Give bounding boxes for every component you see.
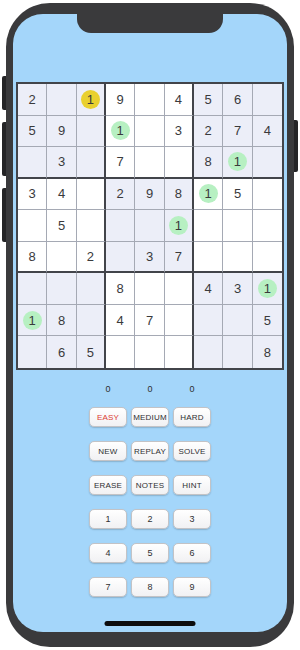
cell-r2c3[interactable] — [77, 116, 106, 148]
cell-value: 2 — [205, 123, 212, 138]
cell-r2c5[interactable] — [135, 116, 164, 148]
cell-r8c4[interactable]: 4 — [106, 305, 135, 337]
cell-r6c6[interactable]: 7 — [165, 242, 194, 274]
cell-value: 2 — [117, 186, 124, 201]
cell-value: 8 — [175, 186, 182, 201]
cell-r1c7[interactable]: 5 — [194, 84, 223, 116]
cell-value: 4 — [264, 123, 271, 138]
cell-r2c4[interactable]: 1 — [106, 116, 135, 148]
cell-value: 3 — [146, 249, 153, 264]
number-4-button[interactable]: 4 — [89, 543, 127, 563]
edit-actions-row: ERASE NOTES HINT — [13, 475, 287, 495]
cell-r7c1[interactable] — [18, 273, 47, 305]
cell-r7c4[interactable]: 8 — [106, 273, 135, 305]
cell-r6c5[interactable]: 3 — [135, 242, 164, 274]
cell-r1c3[interactable]: 1 — [77, 84, 106, 116]
cell-value: 6 — [58, 345, 65, 360]
cell-r5c6[interactable]: 1 — [165, 210, 194, 242]
phone-mockup: 2194565913274378134298155182378431184756… — [0, 0, 300, 650]
cell-value: 8 — [205, 154, 212, 169]
cell-r1c5[interactable] — [135, 84, 164, 116]
cell-r5c4[interactable] — [106, 210, 135, 242]
cell-value: 9 — [146, 186, 153, 201]
cell-value: 7 — [175, 249, 182, 264]
cell-r4c4[interactable]: 2 — [106, 179, 135, 211]
cell-r9c1[interactable] — [18, 336, 47, 368]
cell-r3c2[interactable]: 3 — [47, 147, 76, 179]
cell-value: 8 — [117, 281, 124, 296]
cell-value: 5 — [264, 313, 271, 328]
cell-r3c8[interactable]: 1 — [223, 147, 252, 179]
cell-r8c6[interactable] — [165, 305, 194, 337]
cell-r4c8[interactable]: 5 — [223, 179, 252, 211]
cell-value: 2 — [87, 249, 94, 264]
cell-value: 1 — [199, 184, 218, 203]
cell-value: 9 — [58, 123, 65, 138]
cell-r7c3[interactable] — [77, 273, 106, 305]
cell-value: 4 — [117, 313, 124, 328]
cell-r3c3[interactable] — [77, 147, 106, 179]
game-actions-row: NEW REPLAY SOLVE — [13, 441, 287, 461]
cell-r2c9[interactable]: 4 — [253, 116, 282, 148]
cell-r4c6[interactable]: 8 — [165, 179, 194, 211]
cell-value: 1 — [258, 279, 277, 298]
cell-value: 7 — [234, 123, 241, 138]
cell-value: 2 — [29, 92, 36, 107]
cell-value: 4 — [205, 281, 212, 296]
cell-r5c8[interactable] — [223, 210, 252, 242]
cell-r5c7[interactable] — [194, 210, 223, 242]
cell-r8c9[interactable]: 5 — [253, 305, 282, 337]
cell-value: 8 — [58, 313, 65, 328]
numpad-row-2: 4 5 6 — [13, 543, 287, 563]
cell-r4c2[interactable]: 4 — [47, 179, 76, 211]
cell-r8c1[interactable]: 1 — [18, 305, 47, 337]
cell-r8c5[interactable]: 7 — [135, 305, 164, 337]
replay-button[interactable]: REPLAY — [131, 441, 169, 461]
cell-r2c6[interactable]: 3 — [165, 116, 194, 148]
cell-r5c9[interactable] — [253, 210, 282, 242]
number-8-button[interactable]: 8 — [131, 577, 169, 597]
cell-r1c9[interactable] — [253, 84, 282, 116]
cell-r3c6[interactable] — [165, 147, 194, 179]
cell-value: 5 — [29, 123, 36, 138]
cell-value: 1 — [81, 90, 100, 109]
cell-value: 8 — [264, 345, 271, 360]
cell-r6c1[interactable]: 8 — [18, 242, 47, 274]
home-indicator — [105, 621, 196, 626]
cell-r6c9[interactable] — [253, 242, 282, 274]
cell-r8c2[interactable]: 8 — [47, 305, 76, 337]
cell-r2c7[interactable]: 2 — [194, 116, 223, 148]
cell-r7c6[interactable] — [165, 273, 194, 305]
cell-r7c7[interactable]: 4 — [194, 273, 223, 305]
cell-value: 4 — [175, 92, 182, 107]
controls-panel: 0 0 0 EASY MEDIUM HARD NEW REPLAY SOLVE … — [13, 384, 287, 611]
cell-r3c4[interactable]: 7 — [106, 147, 135, 179]
cell-r8c3[interactable] — [77, 305, 106, 337]
cell-r4c3[interactable] — [77, 179, 106, 211]
cell-value: 1 — [169, 216, 188, 235]
phone-frame: 2194565913274378134298155182378431184756… — [6, 3, 294, 647]
sudoku-board: 2194565913274378134298155182378431184756… — [16, 82, 284, 370]
cell-r6c2[interactable] — [47, 242, 76, 274]
solve-button[interactable]: SOLVE — [173, 441, 211, 461]
cell-value: 1 — [228, 152, 247, 171]
cell-r4c7[interactable]: 1 — [194, 179, 223, 211]
cell-value: 8 — [29, 249, 36, 264]
cell-value: 7 — [117, 154, 124, 169]
cell-value: 3 — [58, 154, 65, 169]
number-6-button[interactable]: 6 — [173, 543, 211, 563]
cell-r8c7[interactable] — [194, 305, 223, 337]
cell-r1c6[interactable]: 4 — [165, 84, 194, 116]
notes-button[interactable]: NOTES — [131, 475, 169, 495]
cell-value: 5 — [87, 345, 94, 360]
cell-r4c5[interactable]: 9 — [135, 179, 164, 211]
cell-value: 5 — [234, 186, 241, 201]
cell-value: 1 — [111, 121, 130, 140]
cell-r3c9[interactable] — [253, 147, 282, 179]
cell-r5c5[interactable] — [135, 210, 164, 242]
numpad-row-1: 1 2 3 — [13, 509, 287, 529]
cell-value: 7 — [146, 313, 153, 328]
cell-r1c2[interactable] — [47, 84, 76, 116]
number-9-button[interactable]: 9 — [173, 577, 211, 597]
cell-r2c1[interactable]: 5 — [18, 116, 47, 148]
cell-r9c2[interactable]: 6 — [47, 336, 76, 368]
cell-r6c7[interactable] — [194, 242, 223, 274]
number-1-button[interactable]: 1 — [89, 509, 127, 529]
cell-r9c5[interactable] — [135, 336, 164, 368]
cell-r3c7[interactable]: 8 — [194, 147, 223, 179]
notch — [77, 14, 223, 33]
cell-value: 4 — [58, 186, 65, 201]
cell-value: 3 — [234, 281, 241, 296]
cell-r1c1[interactable]: 2 — [18, 84, 47, 116]
cell-r7c2[interactable] — [47, 273, 76, 305]
cell-r6c8[interactable] — [223, 242, 252, 274]
cell-r9c3[interactable]: 5 — [77, 336, 106, 368]
difficulty-row: EASY MEDIUM HARD — [13, 407, 287, 427]
cell-r5c3[interactable] — [77, 210, 106, 242]
cell-value: 5 — [205, 92, 212, 107]
number-3-button[interactable]: 3 — [173, 509, 211, 529]
cell-value: 1 — [23, 311, 42, 330]
cell-r9c7[interactable] — [194, 336, 223, 368]
cell-r6c3[interactable]: 2 — [77, 242, 106, 274]
cell-value: 3 — [175, 123, 182, 138]
cell-r9c4[interactable] — [106, 336, 135, 368]
number-5-button[interactable]: 5 — [131, 543, 169, 563]
cell-value: 5 — [58, 218, 65, 233]
cell-value: 6 — [234, 92, 241, 107]
hint-button[interactable]: HINT — [173, 475, 211, 495]
erase-button[interactable]: ERASE — [89, 475, 127, 495]
app-screen: 2194565913274378134298155182378431184756… — [13, 14, 287, 632]
cell-r1c8[interactable]: 6 — [223, 84, 252, 116]
counter-medium: 0 — [131, 384, 169, 394]
new-button[interactable]: NEW — [89, 441, 127, 461]
counter-easy: 0 — [89, 384, 127, 394]
numpad-row-3: 7 8 9 — [13, 577, 287, 597]
cell-r2c8[interactable]: 7 — [223, 116, 252, 148]
counters-row: 0 0 0 — [13, 384, 287, 394]
cell-value: 9 — [117, 92, 124, 107]
number-7-button[interactable]: 7 — [89, 577, 127, 597]
medium-button[interactable]: MEDIUM — [131, 407, 169, 427]
cell-r8c8[interactable] — [223, 305, 252, 337]
cell-r3c1[interactable] — [18, 147, 47, 179]
cell-r6c4[interactable] — [106, 242, 135, 274]
cell-r4c1[interactable]: 3 — [18, 179, 47, 211]
hard-button[interactable]: HARD — [173, 407, 211, 427]
cell-r9c9[interactable]: 8 — [253, 336, 282, 368]
number-2-button[interactable]: 2 — [131, 509, 169, 529]
cell-r1c4[interactable]: 9 — [106, 84, 135, 116]
cell-r2c2[interactable]: 9 — [47, 116, 76, 148]
cell-r7c8[interactable]: 3 — [223, 273, 252, 305]
cell-r5c2[interactable]: 5 — [47, 210, 76, 242]
counter-hard: 0 — [173, 384, 211, 394]
cell-r9c8[interactable] — [223, 336, 252, 368]
easy-button[interactable]: EASY — [89, 407, 127, 427]
cell-r7c5[interactable] — [135, 273, 164, 305]
cell-r5c1[interactable] — [18, 210, 47, 242]
cell-r9c6[interactable] — [165, 336, 194, 368]
cell-r4c9[interactable] — [253, 179, 282, 211]
cell-value: 3 — [29, 186, 36, 201]
cell-r7c9[interactable]: 1 — [253, 273, 282, 305]
cell-r3c5[interactable] — [135, 147, 164, 179]
